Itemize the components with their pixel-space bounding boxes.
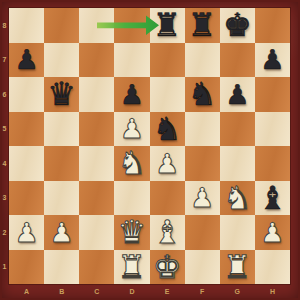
piece-white-bishop[interactable]: ♝	[153, 216, 182, 248]
rank-label-8: 8	[0, 8, 9, 43]
piece-white-queen[interactable]: ♛	[118, 216, 147, 248]
square-a4[interactable]	[9, 146, 44, 181]
square-e4[interactable]: ♟	[150, 146, 185, 181]
square-a7[interactable]: ♟	[9, 43, 44, 78]
square-b5[interactable]	[44, 112, 79, 147]
chess-board[interactable]: ♜♜♚♟♟♛♟♞♟♟♞♞♟♟♞♝♟♟♛♝♟♜♚♜	[9, 8, 290, 284]
square-e7[interactable]	[150, 43, 185, 78]
file-label-h: H	[255, 284, 290, 298]
square-b6[interactable]: ♛	[44, 77, 79, 112]
piece-black-pawn[interactable]: ♟	[225, 81, 249, 108]
file-label-g: G	[220, 284, 255, 298]
square-b3[interactable]	[44, 181, 79, 216]
rank-label-7: 7	[0, 43, 9, 78]
square-f2[interactable]	[185, 215, 220, 250]
square-c1[interactable]	[79, 250, 114, 285]
piece-black-knight[interactable]: ♞	[153, 113, 182, 145]
square-d1[interactable]: ♜	[114, 250, 149, 285]
rank-label-2: 2	[0, 215, 9, 250]
piece-white-pawn[interactable]: ♟	[120, 115, 144, 142]
square-b4[interactable]	[44, 146, 79, 181]
file-label-b: B	[44, 284, 79, 298]
square-e5[interactable]: ♞	[150, 112, 185, 147]
square-e8[interactable]: ♜	[150, 8, 185, 43]
square-h5[interactable]	[255, 112, 290, 147]
square-d2[interactable]: ♛	[114, 215, 149, 250]
file-label-c: C	[79, 284, 114, 298]
square-f4[interactable]	[185, 146, 220, 181]
square-h6[interactable]	[255, 77, 290, 112]
square-b8[interactable]	[44, 8, 79, 43]
rank-label-6: 6	[0, 77, 9, 112]
piece-white-pawn[interactable]: ♟	[260, 219, 284, 246]
square-b2[interactable]: ♟	[44, 215, 79, 250]
square-a5[interactable]	[9, 112, 44, 147]
piece-black-knight[interactable]: ♞	[188, 78, 217, 110]
file-label-f: F	[185, 284, 220, 298]
square-c2[interactable]	[79, 215, 114, 250]
piece-black-pawn[interactable]: ♟	[260, 46, 284, 73]
piece-black-rook[interactable]: ♜	[188, 9, 217, 41]
rank-labels: 87654321	[0, 8, 9, 284]
rank-label-5: 5	[0, 112, 9, 147]
piece-white-rook[interactable]: ♜	[118, 251, 147, 283]
piece-black-bishop[interactable]: ♝	[258, 182, 287, 214]
square-d3[interactable]	[114, 181, 149, 216]
piece-black-queen[interactable]: ♛	[47, 78, 76, 110]
square-f3[interactable]: ♟	[185, 181, 220, 216]
piece-white-pawn[interactable]: ♟	[50, 219, 74, 246]
piece-black-pawn[interactable]: ♟	[14, 46, 38, 73]
square-d5[interactable]: ♟	[114, 112, 149, 147]
square-d7[interactable]	[114, 43, 149, 78]
piece-white-knight[interactable]: ♞	[223, 182, 252, 214]
square-h3[interactable]: ♝	[255, 181, 290, 216]
square-h2[interactable]: ♟	[255, 215, 290, 250]
piece-black-rook[interactable]: ♜	[153, 9, 182, 41]
square-a2[interactable]: ♟	[9, 215, 44, 250]
square-h8[interactable]	[255, 8, 290, 43]
square-f1[interactable]	[185, 250, 220, 285]
piece-white-pawn[interactable]: ♟	[14, 219, 38, 246]
square-a8[interactable]	[9, 8, 44, 43]
square-h4[interactable]	[255, 146, 290, 181]
piece-white-rook[interactable]: ♜	[223, 251, 252, 283]
square-c8[interactable]	[79, 8, 114, 43]
square-e2[interactable]: ♝	[150, 215, 185, 250]
square-f6[interactable]: ♞	[185, 77, 220, 112]
square-a1[interactable]	[9, 250, 44, 285]
square-c5[interactable]	[79, 112, 114, 147]
square-g5[interactable]	[220, 112, 255, 147]
piece-white-king[interactable]: ♚	[153, 251, 182, 283]
square-f5[interactable]	[185, 112, 220, 147]
square-f7[interactable]	[185, 43, 220, 78]
square-e1[interactable]: ♚	[150, 250, 185, 285]
square-c3[interactable]	[79, 181, 114, 216]
square-a3[interactable]	[9, 181, 44, 216]
square-g2[interactable]	[220, 215, 255, 250]
square-b7[interactable]	[44, 43, 79, 78]
rank-label-3: 3	[0, 181, 9, 216]
square-d8[interactable]	[114, 8, 149, 43]
square-e6[interactable]	[150, 77, 185, 112]
chessboard-widget: 87654321 ♜♜♚♟♟♛♟♞♟♟♞♞♟♟♞♝♟♟♛♝♟♜♚♜ ABCDEF…	[0, 0, 300, 300]
piece-black-king[interactable]: ♚	[223, 9, 252, 41]
square-g7[interactable]	[220, 43, 255, 78]
square-g3[interactable]: ♞	[220, 181, 255, 216]
square-f8[interactable]: ♜	[185, 8, 220, 43]
piece-black-pawn[interactable]: ♟	[120, 81, 144, 108]
square-g8[interactable]: ♚	[220, 8, 255, 43]
piece-white-knight[interactable]: ♞	[118, 147, 147, 179]
file-label-a: A	[9, 284, 44, 298]
square-c7[interactable]	[79, 43, 114, 78]
rank-label-1: 1	[0, 250, 9, 285]
square-h7[interactable]: ♟	[255, 43, 290, 78]
file-labels: ABCDEFGH	[9, 284, 290, 298]
square-b1[interactable]	[44, 250, 79, 285]
piece-white-pawn[interactable]: ♟	[190, 184, 214, 211]
square-c4[interactable]	[79, 146, 114, 181]
file-label-d: D	[114, 284, 149, 298]
square-d4[interactable]: ♞	[114, 146, 149, 181]
square-d6[interactable]: ♟	[114, 77, 149, 112]
square-g1[interactable]: ♜	[220, 250, 255, 285]
square-a6[interactable]	[9, 77, 44, 112]
file-label-e: E	[150, 284, 185, 298]
square-g6[interactable]: ♟	[220, 77, 255, 112]
square-g4[interactable]	[220, 146, 255, 181]
square-c6[interactable]	[79, 77, 114, 112]
rank-label-4: 4	[0, 146, 9, 181]
square-e3[interactable]	[150, 181, 185, 216]
square-h1[interactable]	[255, 250, 290, 285]
piece-white-pawn[interactable]: ♟	[155, 150, 179, 177]
